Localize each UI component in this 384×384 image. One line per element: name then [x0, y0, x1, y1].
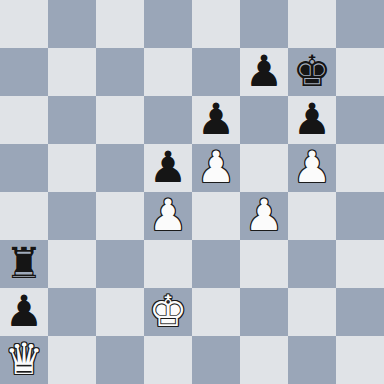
square-f1[interactable]	[240, 336, 288, 384]
square-b4[interactable]	[48, 192, 96, 240]
square-b8[interactable]	[48, 0, 96, 48]
square-g5[interactable]: ♟	[288, 144, 336, 192]
square-c1[interactable]	[96, 336, 144, 384]
square-c2[interactable]	[96, 288, 144, 336]
square-g3[interactable]	[288, 240, 336, 288]
square-h7[interactable]	[336, 48, 384, 96]
square-a3[interactable]: ♜	[0, 240, 48, 288]
square-e1[interactable]	[192, 336, 240, 384]
white-pawn[interactable]: ♟	[293, 143, 332, 191]
square-a6[interactable]	[0, 96, 48, 144]
black-pawn[interactable]: ♟	[5, 287, 44, 335]
square-c3[interactable]	[96, 240, 144, 288]
square-f8[interactable]	[240, 0, 288, 48]
square-f5[interactable]	[240, 144, 288, 192]
white-pawn[interactable]: ♟	[197, 143, 236, 191]
square-d3[interactable]	[144, 240, 192, 288]
square-b1[interactable]	[48, 336, 96, 384]
square-b2[interactable]	[48, 288, 96, 336]
square-e4[interactable]	[192, 192, 240, 240]
square-b5[interactable]	[48, 144, 96, 192]
square-a8[interactable]	[0, 0, 48, 48]
square-d4[interactable]: ♟	[144, 192, 192, 240]
square-g4[interactable]	[288, 192, 336, 240]
square-b6[interactable]	[48, 96, 96, 144]
square-d2[interactable]: ♚	[144, 288, 192, 336]
square-g2[interactable]	[288, 288, 336, 336]
square-g1[interactable]	[288, 336, 336, 384]
square-e2[interactable]	[192, 288, 240, 336]
square-d6[interactable]	[144, 96, 192, 144]
square-b3[interactable]	[48, 240, 96, 288]
square-c4[interactable]	[96, 192, 144, 240]
white-pawn[interactable]: ♟	[149, 191, 188, 239]
square-b7[interactable]	[48, 48, 96, 96]
square-d8[interactable]	[144, 0, 192, 48]
black-pawn[interactable]: ♟	[245, 47, 284, 95]
square-a5[interactable]	[0, 144, 48, 192]
square-h2[interactable]	[336, 288, 384, 336]
black-king[interactable]: ♚	[293, 47, 332, 95]
black-pawn[interactable]: ♟	[149, 143, 188, 191]
square-a4[interactable]	[0, 192, 48, 240]
square-e8[interactable]	[192, 0, 240, 48]
square-h5[interactable]	[336, 144, 384, 192]
square-f7[interactable]: ♟	[240, 48, 288, 96]
square-c6[interactable]	[96, 96, 144, 144]
black-pawn[interactable]: ♟	[197, 95, 236, 143]
square-h4[interactable]	[336, 192, 384, 240]
square-h6[interactable]	[336, 96, 384, 144]
square-d1[interactable]	[144, 336, 192, 384]
chess-board: ♟♚♟♟♟♟♟♟♟♜♟♚♛	[0, 0, 384, 384]
square-e7[interactable]	[192, 48, 240, 96]
square-h8[interactable]	[336, 0, 384, 48]
black-rook[interactable]: ♜	[5, 239, 44, 287]
square-f6[interactable]	[240, 96, 288, 144]
square-d5[interactable]: ♟	[144, 144, 192, 192]
square-g8[interactable]	[288, 0, 336, 48]
square-c5[interactable]	[96, 144, 144, 192]
square-a1[interactable]: ♛	[0, 336, 48, 384]
white-queen[interactable]: ♛	[5, 335, 44, 383]
square-d7[interactable]	[144, 48, 192, 96]
square-e5[interactable]: ♟	[192, 144, 240, 192]
square-e3[interactable]	[192, 240, 240, 288]
black-pawn[interactable]: ♟	[293, 95, 332, 143]
square-g7[interactable]: ♚	[288, 48, 336, 96]
square-e6[interactable]: ♟	[192, 96, 240, 144]
white-pawn[interactable]: ♟	[245, 191, 284, 239]
square-h3[interactable]	[336, 240, 384, 288]
white-king[interactable]: ♚	[149, 287, 188, 335]
square-c7[interactable]	[96, 48, 144, 96]
square-h1[interactable]	[336, 336, 384, 384]
square-a7[interactable]	[0, 48, 48, 96]
square-g6[interactable]: ♟	[288, 96, 336, 144]
square-a2[interactable]: ♟	[0, 288, 48, 336]
square-f3[interactable]	[240, 240, 288, 288]
square-c8[interactable]	[96, 0, 144, 48]
square-f4[interactable]: ♟	[240, 192, 288, 240]
square-f2[interactable]	[240, 288, 288, 336]
